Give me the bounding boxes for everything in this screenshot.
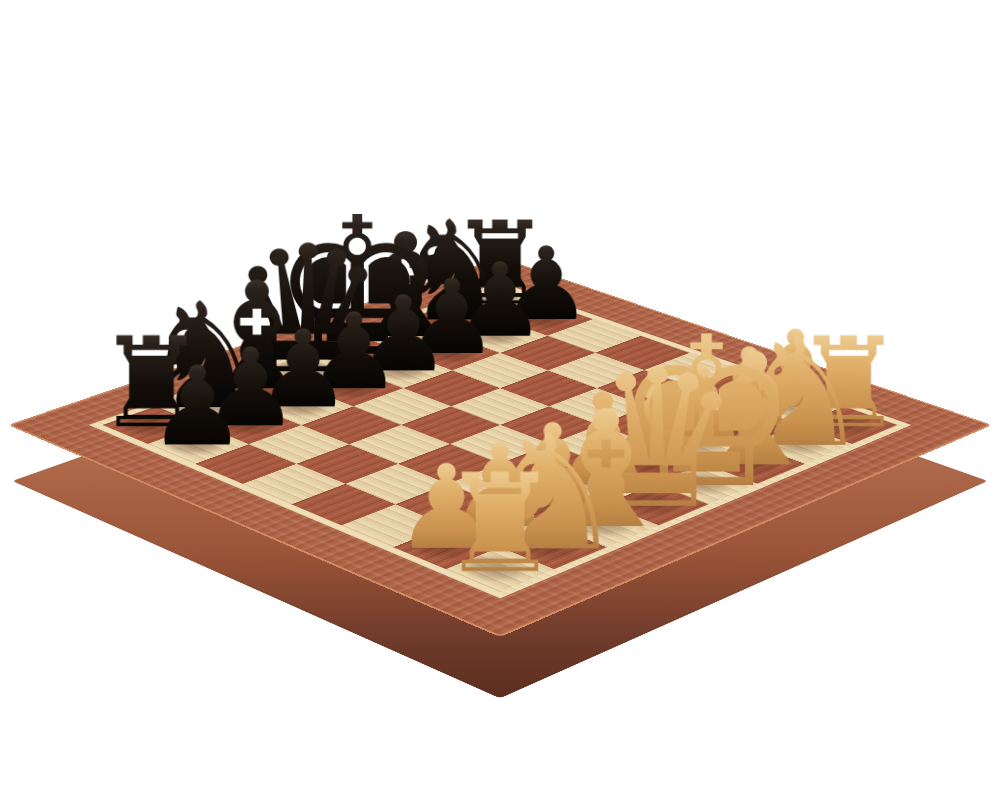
board-scene: ♜♟♟♜♞♟♟♞♝♟♟♝♚♟♟♚♛♟♟♛♝♟♟♝♞♟♟♞♜♟♟♜ xyxy=(0,0,1000,800)
photo-stage: ♜♟♟♜♞♟♟♞♝♟♟♝♚♟♟♚♛♟♟♛♝♟♟♝♞♟♟♞♜♟♟♜ xyxy=(0,0,1000,800)
piece-black-pawn-h7[interactable]: ♟ xyxy=(88,352,307,462)
square-h1[interactable]: ♜ xyxy=(446,547,554,592)
piece-white-rook-h1[interactable]: ♜ xyxy=(365,456,636,591)
